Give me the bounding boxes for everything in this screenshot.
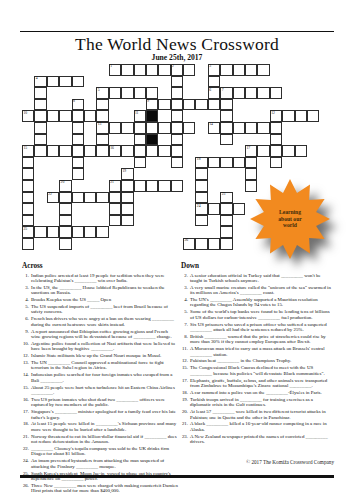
- grid-cell[interactable]: [59, 76, 71, 88]
- grid-cell[interactable]: [84, 110, 96, 122]
- grid-cell[interactable]: [195, 238, 207, 250]
- grid-cell[interactable]: [134, 64, 146, 76]
- clue-item: 12.Islamic State militants blew up the G…: [22, 353, 178, 358]
- grid-cell[interactable]: [257, 64, 269, 76]
- grid-cell[interactable]: [96, 192, 108, 204]
- clue-number: 23.: [181, 434, 190, 445]
- grid-cell[interactable]: 8: [72, 99, 84, 111]
- clue-item: 15.About 25 people were hurt when turbul…: [22, 385, 178, 396]
- grid-cell[interactable]: [134, 145, 146, 157]
- cell-number: 20: [61, 180, 65, 184]
- grid-cell[interactable]: 26: [183, 238, 195, 250]
- clue-item: 18.At least 15 people were killed in ___…: [22, 421, 178, 432]
- cell-number: 24: [197, 204, 201, 208]
- across-heading: Across: [22, 262, 178, 270]
- grid-cell[interactable]: [47, 226, 59, 238]
- grid-cell[interactable]: 17: [245, 145, 257, 157]
- grid-cell[interactable]: [220, 238, 232, 250]
- grid-cell[interactable]: [134, 122, 146, 134]
- clue-text: A Moroccan man tried to carry out a mass…: [190, 346, 334, 357]
- grid-cell[interactable]: [270, 134, 282, 146]
- clue-text: Indian police arrested at least 19 peopl…: [31, 273, 178, 284]
- clue-text: _________ Clooney's tequila company was …: [31, 446, 178, 457]
- grid-cell[interactable]: [208, 76, 220, 88]
- clue-item: 13.The UN _________ Council approved a m…: [22, 360, 178, 371]
- grid-cell[interactable]: [257, 87, 269, 99]
- grid-cell[interactable]: [295, 110, 307, 122]
- grid-cell[interactable]: [220, 157, 232, 169]
- clue-item: 23.A New Zealand newspaper printed the n…: [181, 434, 334, 445]
- grid-cell[interactable]: [208, 238, 220, 250]
- clue-item: 24.An imam prevented bystanders from att…: [22, 458, 178, 469]
- clue-number: 9.: [22, 329, 31, 340]
- grid-cell[interactable]: [72, 168, 84, 180]
- grid-cell[interactable]: [34, 145, 46, 157]
- grid-cell[interactable]: [233, 64, 245, 76]
- grid-cell[interactable]: [84, 145, 96, 157]
- grid-cell[interactable]: [171, 110, 183, 122]
- cell-number: 22: [48, 192, 52, 196]
- grid-cell[interactable]: [146, 87, 158, 99]
- clue-text: A car rammed into a police van on the __…: [190, 390, 334, 395]
- clue-number: 21.: [181, 421, 190, 432]
- clue-text: Pakistan beat _________ in the Champions…: [190, 358, 334, 363]
- clue-number: 12.: [181, 358, 190, 363]
- clue-number: 16.: [22, 397, 31, 408]
- grid-cell[interactable]: [59, 110, 71, 122]
- across-clue-list: 1.Indian police arrested at least 19 peo…: [22, 273, 178, 494]
- clue-number: 12.: [22, 353, 31, 358]
- grid-cell[interactable]: [22, 215, 34, 227]
- clue-number: 10.: [22, 341, 31, 352]
- grid-cell[interactable]: [195, 99, 207, 111]
- clue-item: 19.Turkish troops arrived in _________ f…: [181, 397, 334, 408]
- grid-cell[interactable]: [34, 87, 46, 99]
- clue-number: 4.: [22, 297, 31, 302]
- clue-item: 5.The US suspended imports of _________ …: [22, 304, 178, 315]
- clue-text: Singapore's _________ minister apologise…: [31, 409, 178, 420]
- clue-item: 11.A Moroccan man tried to carry out a m…: [181, 346, 334, 357]
- grid-cell[interactable]: [72, 76, 84, 88]
- clue-text: A New Zealand newspaper printed the name…: [190, 434, 334, 445]
- grid-cell[interactable]: [109, 122, 121, 134]
- grid-cell[interactable]: [121, 180, 133, 192]
- grid-cell[interactable]: [121, 87, 133, 99]
- cell-number: 2: [172, 64, 174, 68]
- grid-cell[interactable]: [121, 192, 133, 204]
- grid-cell[interactable]: [121, 145, 133, 157]
- grid-cell[interactable]: [134, 180, 146, 192]
- grid-cell[interactable]: [34, 134, 46, 146]
- grid-cell[interactable]: [158, 145, 170, 157]
- grid-cell[interactable]: [208, 157, 220, 169]
- grid-cell[interactable]: 19: [121, 168, 133, 180]
- down-clue-list: 2.A senior education official in Turkey …: [181, 273, 334, 445]
- clue-text: A very small marine creature called the …: [190, 285, 334, 296]
- clue-number: 21.: [22, 434, 31, 445]
- clue-text: At least 15 people were killed in ______…: [31, 421, 178, 432]
- page-title: The World News Crossword: [0, 34, 354, 55]
- clue-item: 6.French bus drivers who were angry at a…: [22, 316, 178, 327]
- grid-cell[interactable]: [257, 122, 269, 134]
- grid-cell[interactable]: 16: [109, 145, 121, 157]
- clue-item: 15.The Congressional Black Caucus declin…: [181, 365, 334, 376]
- clue-text: Some of the world's top banks were found…: [190, 309, 334, 320]
- clue-number: 5.: [181, 309, 190, 320]
- grid-cell[interactable]: [295, 145, 307, 157]
- grid-cell[interactable]: [158, 64, 170, 76]
- clue-number: 24.: [22, 458, 31, 469]
- grid-cell[interactable]: 9: [146, 99, 158, 111]
- clue-item: 16.Two US prison inmates who shot dead t…: [22, 397, 178, 408]
- clue-number: 6.: [22, 316, 31, 327]
- clue-text: Elephants, giraffe, buffalo, zebras, and…: [190, 378, 334, 389]
- cell-number: 4: [36, 76, 38, 80]
- grid-cell[interactable]: [183, 99, 195, 111]
- badge-text: Learning about our world: [242, 171, 338, 267]
- top-rule: [20, 31, 334, 32]
- grid-cell[interactable]: [245, 122, 257, 134]
- cell-number: 13: [98, 122, 102, 126]
- clue-item: 10.Argentine police found a collection o…: [22, 341, 178, 352]
- clue-item: 22._________ Clooney's tequila company w…: [22, 446, 178, 457]
- grid-cell[interactable]: [134, 87, 146, 99]
- grid-cell[interactable]: [220, 203, 232, 215]
- grid-cell[interactable]: [134, 134, 146, 146]
- grid-cell[interactable]: 12: [270, 110, 282, 122]
- clue-text: The UN _________ Council approved a mult…: [31, 360, 178, 371]
- grid-cell[interactable]: [22, 180, 34, 192]
- grid-cell[interactable]: [34, 99, 46, 111]
- grid-cell[interactable]: 15: [22, 145, 34, 157]
- grid-cell[interactable]: 21: [109, 180, 121, 192]
- grid-cell[interactable]: [109, 203, 121, 215]
- grid-cell[interactable]: [233, 122, 245, 134]
- grid-cell[interactable]: [171, 87, 183, 99]
- grid-cell[interactable]: [171, 157, 183, 169]
- grid-cell[interactable]: [171, 134, 183, 146]
- cell-number: 12: [271, 111, 275, 115]
- clue-number: 18.: [181, 390, 190, 395]
- grid-cell[interactable]: 23: [220, 192, 232, 204]
- grid-cell[interactable]: [220, 226, 232, 238]
- grid-cell[interactable]: [195, 192, 207, 204]
- grid-cell[interactable]: 25: [22, 226, 34, 238]
- clue-number: 20.: [181, 409, 190, 420]
- crossword-page: The World News Crossword June 25th, 2017…: [0, 0, 354, 500]
- down-clues-column: Down 2.A senior education official in Tu…: [181, 262, 334, 446]
- clue-item: 12.Pakistan beat _________ in the Champi…: [181, 358, 334, 363]
- cell-number: 11: [135, 111, 139, 115]
- clue-text: Norway threatened to cut its billion-dol…: [31, 434, 178, 445]
- grid-cell[interactable]: [245, 87, 257, 99]
- clue-item: 1.Indian police arrested at least 19 peo…: [22, 273, 178, 284]
- clue-item: 18.A car rammed into a police van on the…: [181, 390, 334, 395]
- grid-cell[interactable]: [270, 87, 282, 99]
- clue-number: 14.: [22, 372, 31, 383]
- grid-cell[interactable]: [121, 215, 133, 227]
- clue-text: An imam prevented bystanders from attack…: [31, 458, 178, 469]
- clue-item: 3.A very small marine creature called th…: [181, 285, 334, 296]
- cell-number: 6: [209, 88, 211, 92]
- clue-number: 3.: [22, 285, 31, 296]
- cell-number: 7: [222, 88, 224, 92]
- grid-cell[interactable]: [59, 226, 71, 238]
- clue-number: 15.: [22, 385, 31, 396]
- down-heading: Down: [181, 262, 334, 270]
- grid-cell[interactable]: [96, 226, 108, 238]
- clue-text: A senior education official in Turkey sa…: [190, 273, 334, 284]
- grid-cell[interactable]: [34, 122, 46, 134]
- grid-cell[interactable]: 18: [195, 157, 207, 169]
- grid-cell[interactable]: [220, 215, 232, 227]
- cell-number: 1: [110, 64, 112, 68]
- clue-item: 7.Six US prisoners who saved a prison of…: [181, 322, 334, 333]
- cell-number: 14: [209, 122, 213, 126]
- grid-cell[interactable]: [84, 192, 96, 204]
- grid-cell[interactable]: [72, 157, 84, 169]
- grid-cell[interactable]: [195, 215, 207, 227]
- clue-item: 8.British _________ warned that the pric…: [181, 334, 334, 345]
- grid-cell[interactable]: [220, 134, 232, 146]
- clue-number: 4.: [181, 297, 190, 308]
- clue-text: Six US prisoners who saved a prison offi…: [190, 322, 334, 333]
- clue-number: 2.: [181, 273, 190, 284]
- grid-cell[interactable]: [146, 145, 158, 157]
- clue-item: 20.At least 57 _________ were killed in …: [181, 409, 334, 420]
- grid-cell[interactable]: [233, 87, 245, 99]
- grid-cell[interactable]: [146, 64, 158, 76]
- grid-cell[interactable]: 5: [96, 87, 108, 99]
- grid-cell[interactable]: [220, 64, 232, 76]
- grid-cell[interactable]: [220, 99, 232, 111]
- grid-cell[interactable]: [270, 145, 282, 157]
- cell-number: 9: [147, 99, 149, 103]
- clue-text: British _________ warned that the price …: [190, 334, 334, 345]
- grid-cell[interactable]: [59, 145, 71, 157]
- clue-text: Turkish troops arrived in _________ for …: [190, 397, 334, 408]
- grid-cell[interactable]: [96, 145, 108, 157]
- grid-cell[interactable]: [233, 157, 245, 169]
- cell-number: 10: [23, 111, 27, 115]
- grid-cell[interactable]: [270, 122, 282, 134]
- clue-text: A report announced that Ethiopian coffee…: [31, 329, 178, 340]
- clue-item: 21.A black _________ killed a 16-year-ol…: [181, 421, 334, 432]
- cell-number: 26: [184, 238, 188, 242]
- grid-cell[interactable]: 6: [208, 87, 220, 99]
- grid-cell[interactable]: 14: [208, 122, 220, 134]
- clue-number: 18.: [22, 421, 31, 432]
- grid-cell[interactable]: [282, 145, 294, 157]
- grid-cell[interactable]: [22, 203, 34, 215]
- grid-cell[interactable]: [171, 76, 183, 88]
- grid-cell[interactable]: [22, 157, 34, 169]
- clue-number: 22.: [22, 446, 31, 457]
- learning-badge: Learning about our world: [242, 171, 338, 267]
- grid-cell[interactable]: [183, 64, 195, 76]
- grid-cell[interactable]: [22, 238, 34, 250]
- grid-cell[interactable]: [195, 180, 207, 192]
- grid-cell[interactable]: [208, 203, 220, 215]
- clue-text: A black _________ killed a 16-year-old r…: [190, 421, 334, 432]
- clue-item: 21.Norway threatened to cut its billion-…: [22, 434, 178, 445]
- grid-cell[interactable]: [171, 180, 183, 192]
- grid-cell[interactable]: [59, 203, 71, 215]
- black-cell: [146, 110, 158, 122]
- across-clues-column: Across 1.Indian police arrested at least…: [22, 262, 178, 495]
- clue-number: 26.: [22, 483, 31, 494]
- clue-text: The UN's _________ Assembly supported a …: [190, 297, 334, 308]
- clue-item: 5.Some of the world's top banks were fou…: [181, 309, 334, 320]
- grid-cell[interactable]: [134, 157, 146, 169]
- cell-number: 16: [110, 146, 114, 150]
- black-cell: [146, 134, 158, 146]
- clue-number: 15.: [181, 365, 190, 376]
- clue-item: 14.Indonesian police searched for four f…: [22, 372, 178, 383]
- clue-item: 17.Elephants, giraffe, buffalo, zebras, …: [181, 378, 334, 389]
- grid-cell[interactable]: [220, 110, 232, 122]
- cell-number: 17: [246, 146, 250, 150]
- grid-cell[interactable]: 10: [22, 110, 34, 122]
- clue-text: Two US prison inmates who shot dead two …: [31, 397, 178, 408]
- grid-cell[interactable]: [146, 180, 158, 192]
- grid-cell[interactable]: [72, 226, 84, 238]
- grid-cell[interactable]: 13: [96, 122, 108, 134]
- clue-text: French bus drivers who were angry at a b…: [31, 316, 178, 327]
- grid-cell[interactable]: [59, 192, 71, 204]
- grid-cell[interactable]: [59, 238, 71, 250]
- grid-cell[interactable]: [121, 64, 133, 76]
- grid-cell[interactable]: 2: [171, 64, 183, 76]
- clue-text: About 25 people were hurt when turbulenc…: [31, 385, 178, 396]
- clue-text: The US suspended imports of _________ be…: [31, 304, 178, 315]
- clue-item: 4.The UN's _________ Assembly supported …: [181, 297, 334, 308]
- cell-number: 18: [197, 157, 201, 161]
- clue-text: Argentine police found a collection of N…: [31, 341, 178, 352]
- grid-cell[interactable]: 20: [59, 180, 71, 192]
- grid-cell[interactable]: [245, 64, 257, 76]
- clue-number: 5.: [22, 304, 31, 315]
- clue-number: 7.: [181, 322, 190, 333]
- cell-number: 21: [110, 180, 114, 184]
- grid-cell[interactable]: [171, 99, 183, 111]
- clue-number: 11.: [181, 346, 190, 357]
- cell-number: 5: [98, 88, 100, 92]
- grid-cell[interactable]: 4: [34, 76, 46, 88]
- grid-cell[interactable]: [96, 110, 108, 122]
- grid-cell[interactable]: 11: [134, 110, 146, 122]
- grid-cell[interactable]: [72, 145, 84, 157]
- grid-cell[interactable]: [208, 99, 220, 111]
- grid-cell[interactable]: [307, 110, 319, 122]
- clue-text: The Congressional Black Caucus declined …: [190, 365, 334, 376]
- grid-cell[interactable]: [195, 168, 207, 180]
- clue-text: Indonesian police searched for four fore…: [31, 372, 178, 383]
- page-date: June 25th, 2017: [0, 53, 354, 62]
- grid-cell[interactable]: [183, 122, 195, 134]
- grid-cell[interactable]: [72, 192, 84, 204]
- grid-cell[interactable]: [47, 145, 59, 157]
- bottom-rule: [20, 475, 334, 478]
- copyright-line: © 2017 The Komiža Crossword Company: [246, 459, 334, 465]
- grid-cell[interactable]: [22, 192, 34, 204]
- cell-number: 8: [73, 99, 75, 103]
- grid-cell[interactable]: [96, 99, 108, 111]
- grid-cell[interactable]: [47, 76, 59, 88]
- grid-cell[interactable]: [72, 122, 84, 134]
- grid-cell[interactable]: [158, 99, 170, 111]
- grid-cell[interactable]: [158, 180, 170, 192]
- clue-item: 2.A senior education official in Turkey …: [181, 273, 334, 284]
- clue-item: 9.A report announced that Ethiopian coff…: [22, 329, 178, 340]
- cell-number: 25: [23, 227, 27, 231]
- grid-cell[interactable]: 24: [195, 203, 207, 215]
- cell-number: 19: [123, 169, 127, 173]
- clue-item: 4.Brooks Koepka won the US _____ Open: [22, 297, 178, 302]
- clue-number: 3.: [181, 285, 190, 296]
- clue-number: 17.: [22, 409, 31, 420]
- clue-item: 3.In the US, the _________ House lobbied…: [22, 285, 178, 296]
- cell-number: 15: [23, 146, 27, 150]
- grid-cell[interactable]: [34, 110, 46, 122]
- cell-number: 3: [209, 64, 211, 68]
- grid-cell[interactable]: 22: [47, 192, 59, 204]
- grid-cell[interactable]: [72, 134, 84, 146]
- clue-text: Islamic State militants blew up the Gran…: [31, 353, 178, 358]
- grid-cell[interactable]: [47, 110, 59, 122]
- grid-cell[interactable]: [282, 110, 294, 122]
- badge-line: world: [283, 222, 297, 228]
- clue-number: 19.: [181, 397, 190, 408]
- grid-cell[interactable]: [245, 157, 257, 169]
- grid-cell[interactable]: [121, 203, 133, 215]
- grid-cell[interactable]: [59, 215, 71, 227]
- grid-cell[interactable]: [84, 226, 96, 238]
- clue-text: At least 57 _________ were killed in two…: [190, 409, 334, 420]
- grid-cell[interactable]: [220, 122, 232, 134]
- cell-number: 23: [222, 192, 226, 196]
- grid-cell[interactable]: 3: [208, 64, 220, 76]
- grid-cell[interactable]: [72, 110, 84, 122]
- grid-cell[interactable]: [109, 215, 121, 227]
- grid-cell[interactable]: [146, 122, 158, 134]
- grid-cell[interactable]: [171, 145, 183, 157]
- grid-cell[interactable]: [96, 134, 108, 146]
- grid-cell[interactable]: [109, 87, 121, 99]
- clue-number: 1.: [22, 273, 31, 284]
- grid-cell[interactable]: [121, 122, 133, 134]
- clue-number: 13.: [22, 360, 31, 371]
- clue-text: Three New _________ men were charged wit…: [31, 483, 178, 494]
- grid-cell[interactable]: [34, 226, 46, 238]
- grid-cell[interactable]: [270, 157, 282, 169]
- grid-cell[interactable]: [22, 168, 34, 180]
- clue-text: Brooks Koepka won the US _____ Open: [31, 297, 178, 302]
- clue-number: 17.: [181, 378, 190, 389]
- clue-number: 8.: [181, 334, 190, 345]
- grid-cell[interactable]: [171, 122, 183, 134]
- grid-cell[interactable]: [109, 192, 121, 204]
- grid-cell[interactable]: [158, 122, 170, 134]
- clue-text: In the US, the _________ House lobbied R…: [31, 285, 178, 296]
- grid-cell[interactable]: 1: [109, 64, 121, 76]
- grid-cell[interactable]: 7: [220, 87, 232, 99]
- clue-item: 17.Singapore's _________ minister apolog…: [22, 409, 178, 420]
- clue-item: 26.Three New _________ men were charged …: [22, 483, 178, 494]
- grid-cell[interactable]: [257, 145, 269, 157]
